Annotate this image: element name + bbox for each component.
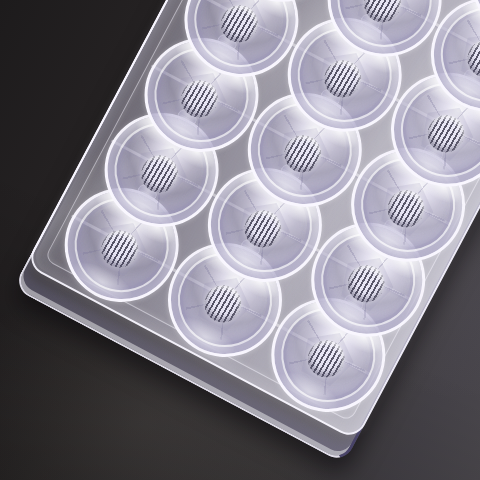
- chocolate-mold-tray: [25, 0, 480, 441]
- mold-top-surface: [25, 0, 480, 441]
- cavity-grid: [28, 0, 480, 438]
- photo-scene: [0, 0, 480, 480]
